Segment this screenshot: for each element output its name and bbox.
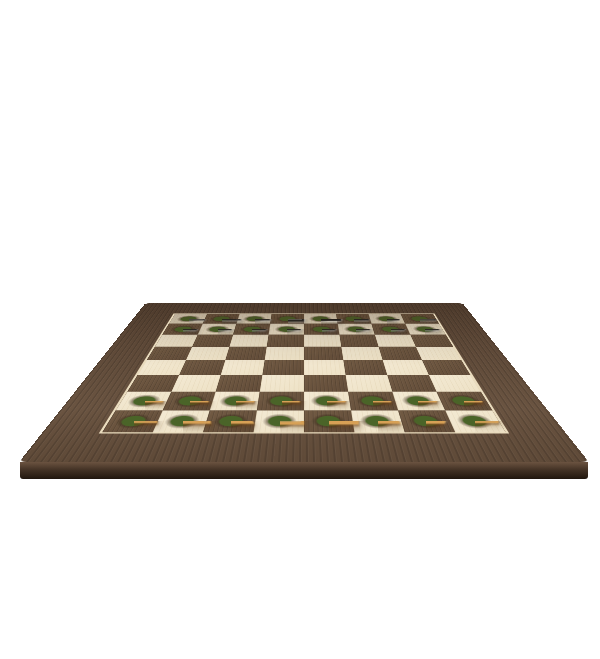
chess-board: ♜♞♝♛♚♝♞♜♟♟♟♟♟♟♟♟♟♟♟♟♟♟♟♟♜♞♝♛♚♝♞♜ — [19, 303, 589, 462]
playing-area: ♜♞♝♛♚♝♞♜♟♟♟♟♟♟♟♟♟♟♟♟♟♟♟♟♜♞♝♛♚♝♞♜ — [99, 313, 509, 433]
board-side-edge — [20, 462, 588, 479]
square-h1[interactable]: ♜ — [445, 411, 505, 433]
scene: ♜♞♝♛♚♝♞♜♟♟♟♟♟♟♟♟♟♟♟♟♟♟♟♟♜♞♝♛♚♝♞♜ — [0, 0, 600, 659]
